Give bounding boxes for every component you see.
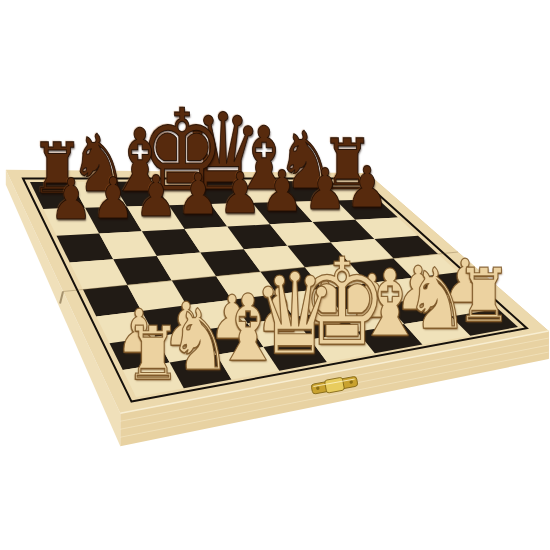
piece-black-pawn-a7[interactable]: ♟ [50, 172, 93, 229]
piece-black-pawn-b7[interactable]: ♟ [92, 170, 135, 227]
chess-set-product-photo: ♜♞♝♚♛♝♞♜♟♟♟♟♟♟♟♟♟♟♟♟♟♟♟♟♜♞♝♛♚♝♞♜ [0, 0, 550, 550]
piece-black-pawn-g7[interactable]: ♟ [303, 161, 346, 218]
piece-black-pawn-h7[interactable]: ♟ [345, 160, 388, 217]
piece-black-pawn-c7[interactable]: ♟ [134, 168, 177, 225]
piece-black-pawn-e7[interactable]: ♟ [219, 165, 262, 222]
piece-white-rook-a1[interactable]: ♜ [125, 315, 181, 389]
piece-black-pawn-d7[interactable]: ♟ [176, 167, 219, 224]
piece-black-pawn-f7[interactable]: ♟ [261, 163, 304, 220]
